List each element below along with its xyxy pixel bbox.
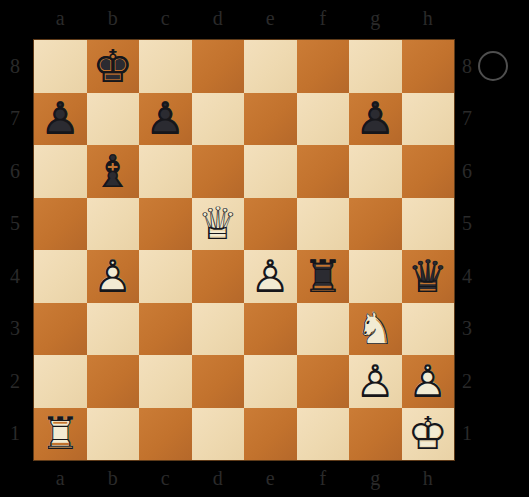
white-queen-icon[interactable]: ♛♕ [192,198,245,251]
file-label-bottom-c: c [139,460,192,496]
rank-label-left-2: 2 [0,355,30,408]
chess-diagram: abcdefgh 87654321 ♚♔♟♙♟♙♟♙♝♗♛♕♟♙♟♙♜♖♛♕♞♘… [0,0,529,497]
black-king-outline: ♔ [87,40,140,93]
square-a8[interactable] [34,40,87,93]
file-label-top-c: c [139,0,192,36]
black-bishop-icon[interactable]: ♝♗ [87,145,140,198]
square-b7[interactable] [87,93,140,146]
rank-label-right-4: 4 [453,250,481,303]
square-c4[interactable] [139,250,192,303]
square-d6[interactable] [192,145,245,198]
square-h6[interactable] [402,145,455,198]
rank-label-left-8: 8 [0,40,30,93]
rank-labels-right: 87654321 [453,40,481,460]
black-to-move-indicator [478,51,508,81]
square-d2[interactable] [192,355,245,408]
rank-label-left-5: 5 [0,198,30,251]
black-queen-icon[interactable]: ♛♕ [402,250,455,303]
square-f6[interactable] [297,145,350,198]
square-d8[interactable] [192,40,245,93]
white-knight-outline: ♘ [349,303,402,356]
rank-label-left-7: 7 [0,93,30,146]
white-pawn-outline: ♙ [402,355,455,408]
file-label-bottom-h: h [402,460,455,496]
file-label-top-g: g [349,0,402,36]
white-pawn-outline: ♙ [244,250,297,303]
square-e8[interactable] [244,40,297,93]
file-label-bottom-b: b [87,460,140,496]
rank-label-right-8: 8 [453,40,481,93]
file-label-top-h: h [402,0,455,36]
white-pawn-icon[interactable]: ♟♙ [402,355,455,408]
white-king-outline: ♔ [402,408,455,461]
square-c1[interactable] [139,408,192,461]
square-b2[interactable] [87,355,140,408]
file-label-top-d: d [192,0,245,36]
rank-label-right-3: 3 [453,303,481,356]
square-c6[interactable] [139,145,192,198]
black-queen-outline: ♕ [402,250,455,303]
file-label-bottom-g: g [349,460,402,496]
square-f3[interactable] [297,303,350,356]
white-knight-icon[interactable]: ♞♘ [349,303,402,356]
square-a5[interactable] [34,198,87,251]
square-g5[interactable] [349,198,402,251]
black-pawn-outline: ♙ [349,93,402,146]
square-f8[interactable] [297,40,350,93]
square-c2[interactable] [139,355,192,408]
rank-label-left-6: 6 [0,145,30,198]
black-rook-outline: ♖ [297,250,350,303]
black-pawn-outline: ♙ [34,93,87,146]
square-f5[interactable] [297,198,350,251]
file-label-top-b: b [87,0,140,36]
black-pawn-outline: ♙ [139,93,192,146]
chessboard: ♚♔♟♙♟♙♟♙♝♗♛♕♟♙♟♙♜♖♛♕♞♘♟♙♟♙♜♖♚♔ [34,40,454,460]
rank-label-right-6: 6 [453,145,481,198]
white-rook-outline: ♖ [34,408,87,461]
white-pawn-icon[interactable]: ♟♙ [349,355,402,408]
rank-label-right-2: 2 [453,355,481,408]
square-d3[interactable] [192,303,245,356]
file-labels-top: abcdefgh [34,0,454,36]
square-e7[interactable] [244,93,297,146]
square-f7[interactable] [297,93,350,146]
square-a4[interactable] [34,250,87,303]
white-king-icon[interactable]: ♚♔ [402,408,455,461]
square-b5[interactable] [87,198,140,251]
rank-label-left-1: 1 [0,408,30,461]
square-c8[interactable] [139,40,192,93]
square-g1[interactable] [349,408,402,461]
file-label-bottom-a: a [34,460,87,496]
square-c3[interactable] [139,303,192,356]
white-queen-outline: ♕ [192,198,245,251]
file-label-top-e: e [244,0,297,36]
white-pawn-outline: ♙ [87,250,140,303]
square-b1[interactable] [87,408,140,461]
white-rook-icon[interactable]: ♜♖ [34,408,87,461]
rank-label-right-5: 5 [453,198,481,251]
black-pawn-icon[interactable]: ♟♙ [139,93,192,146]
rank-label-right-7: 7 [453,93,481,146]
square-h3[interactable] [402,303,455,356]
square-c5[interactable] [139,198,192,251]
rank-label-left-4: 4 [0,250,30,303]
square-g4[interactable] [349,250,402,303]
square-g8[interactable] [349,40,402,93]
square-b3[interactable] [87,303,140,356]
black-king-icon[interactable]: ♚♔ [87,40,140,93]
white-pawn-icon[interactable]: ♟♙ [87,250,140,303]
square-a3[interactable] [34,303,87,356]
file-label-top-a: a [34,0,87,36]
square-d4[interactable] [192,250,245,303]
square-e2[interactable] [244,355,297,408]
file-label-bottom-f: f [297,460,350,496]
square-d7[interactable] [192,93,245,146]
rank-label-left-3: 3 [0,303,30,356]
file-labels-bottom: abcdefgh [34,460,454,496]
square-a6[interactable] [34,145,87,198]
square-e1[interactable] [244,408,297,461]
black-pawn-icon[interactable]: ♟♙ [349,93,402,146]
black-rook-icon[interactable]: ♜♖ [297,250,350,303]
square-g6[interactable] [349,145,402,198]
file-label-top-f: f [297,0,350,36]
square-h5[interactable] [402,198,455,251]
square-e6[interactable] [244,145,297,198]
square-a2[interactable] [34,355,87,408]
white-pawn-icon[interactable]: ♟♙ [244,250,297,303]
square-e5[interactable] [244,198,297,251]
square-d1[interactable] [192,408,245,461]
black-pawn-icon[interactable]: ♟♙ [34,93,87,146]
square-e3[interactable] [244,303,297,356]
rank-label-right-1: 1 [453,408,481,461]
black-bishop-outline: ♗ [87,145,140,198]
file-label-bottom-d: d [192,460,245,496]
square-f1[interactable] [297,408,350,461]
square-h8[interactable] [402,40,455,93]
rank-labels-left: 87654321 [0,40,30,460]
square-h7[interactable] [402,93,455,146]
square-f2[interactable] [297,355,350,408]
white-pawn-outline: ♙ [349,355,402,408]
file-label-bottom-e: e [244,460,297,496]
